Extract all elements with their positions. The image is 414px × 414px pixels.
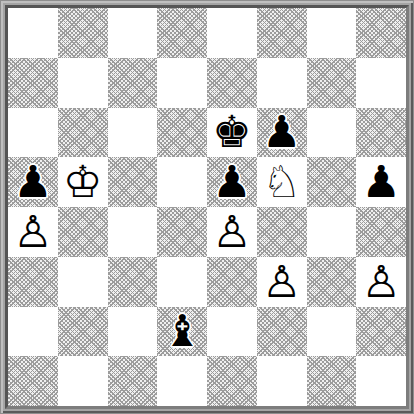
square-h3[interactable]: ♙	[356, 257, 406, 307]
square-h6[interactable]	[356, 108, 406, 158]
square-c8[interactable]	[108, 8, 158, 58]
square-b5[interactable]: ♔	[58, 157, 108, 207]
square-b4[interactable]	[58, 207, 108, 257]
white-pawn-h3[interactable]: ♙	[361, 260, 400, 304]
white-knight-f5[interactable]: ♘	[262, 160, 301, 204]
square-c4[interactable]	[108, 207, 158, 257]
black-pawn-a5[interactable]: ♟	[13, 160, 52, 204]
square-f6[interactable]: ♟	[257, 108, 307, 158]
square-d6[interactable]	[157, 108, 207, 158]
square-h4[interactable]	[356, 207, 406, 257]
white-pawn-e4[interactable]: ♙	[212, 210, 251, 254]
square-c7[interactable]	[108, 58, 158, 108]
square-g5[interactable]	[307, 157, 357, 207]
board-frame: ♚♟♟♔♟♘♟♙♙♙♙♝	[0, 0, 414, 414]
square-g2[interactable]	[307, 307, 357, 357]
square-c5[interactable]	[108, 157, 158, 207]
square-g7[interactable]	[307, 58, 357, 108]
square-f2[interactable]	[257, 307, 307, 357]
square-a5[interactable]: ♟	[8, 157, 58, 207]
square-f3[interactable]: ♙	[257, 257, 307, 307]
square-d7[interactable]	[157, 58, 207, 108]
square-d8[interactable]	[157, 8, 207, 58]
square-d1[interactable]	[157, 356, 207, 406]
chess-board: ♚♟♟♔♟♘♟♙♙♙♙♝	[5, 5, 409, 409]
square-c2[interactable]	[108, 307, 158, 357]
square-a7[interactable]	[8, 58, 58, 108]
square-e3[interactable]	[207, 257, 257, 307]
black-pawn-h5[interactable]: ♟	[361, 160, 400, 204]
square-a6[interactable]	[8, 108, 58, 158]
square-f8[interactable]	[257, 8, 307, 58]
square-h2[interactable]	[356, 307, 406, 357]
square-f1[interactable]	[257, 356, 307, 406]
square-b6[interactable]	[58, 108, 108, 158]
square-e6[interactable]: ♚	[207, 108, 257, 158]
square-h8[interactable]	[356, 8, 406, 58]
black-king-e6[interactable]: ♚	[212, 110, 251, 154]
white-pawn-f3[interactable]: ♙	[262, 260, 301, 304]
black-bishop-d2[interactable]: ♝	[162, 309, 201, 353]
black-pawn-f6[interactable]: ♟	[262, 110, 301, 154]
square-d3[interactable]	[157, 257, 207, 307]
square-h5[interactable]: ♟	[356, 157, 406, 207]
square-e1[interactable]	[207, 356, 257, 406]
square-h7[interactable]	[356, 58, 406, 108]
square-e2[interactable]	[207, 307, 257, 357]
square-h1[interactable]	[356, 356, 406, 406]
square-a1[interactable]	[8, 356, 58, 406]
square-g8[interactable]	[307, 8, 357, 58]
square-g6[interactable]	[307, 108, 357, 158]
square-b8[interactable]	[58, 8, 108, 58]
square-d5[interactable]	[157, 157, 207, 207]
square-e8[interactable]	[207, 8, 257, 58]
square-d2[interactable]: ♝	[157, 307, 207, 357]
square-a4[interactable]: ♙	[8, 207, 58, 257]
square-f4[interactable]	[257, 207, 307, 257]
square-d4[interactable]	[157, 207, 207, 257]
square-b3[interactable]	[58, 257, 108, 307]
square-g1[interactable]	[307, 356, 357, 406]
square-f5[interactable]: ♘	[257, 157, 307, 207]
square-a3[interactable]	[8, 257, 58, 307]
square-b7[interactable]	[58, 58, 108, 108]
square-c6[interactable]	[108, 108, 158, 158]
square-b1[interactable]	[58, 356, 108, 406]
square-e7[interactable]	[207, 58, 257, 108]
square-a2[interactable]	[8, 307, 58, 357]
square-c3[interactable]	[108, 257, 158, 307]
square-b2[interactable]	[58, 307, 108, 357]
white-pawn-a4[interactable]: ♙	[13, 210, 52, 254]
square-e4[interactable]: ♙	[207, 207, 257, 257]
black-pawn-e5[interactable]: ♟	[212, 160, 251, 204]
white-king-b5[interactable]: ♔	[63, 160, 102, 204]
square-g3[interactable]	[307, 257, 357, 307]
square-a8[interactable]	[8, 8, 58, 58]
square-e5[interactable]: ♟	[207, 157, 257, 207]
square-g4[interactable]	[307, 207, 357, 257]
square-f7[interactable]	[257, 58, 307, 108]
square-c1[interactable]	[108, 356, 158, 406]
